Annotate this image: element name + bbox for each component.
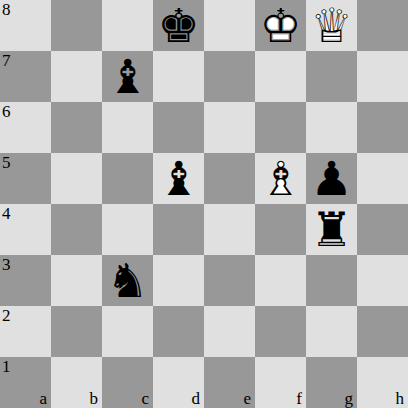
square-d3[interactable]	[153, 255, 204, 306]
square-a4[interactable]	[0, 204, 51, 255]
square-a7[interactable]	[0, 51, 51, 102]
square-b1[interactable]	[51, 357, 102, 408]
square-c4[interactable]	[102, 204, 153, 255]
square-b2[interactable]	[51, 306, 102, 357]
chess-board: ♚♚♔♛♕♝♝♝♗♟♜♞87654321abcdefgh	[0, 0, 408, 408]
square-f5[interactable]: ♝♗	[255, 153, 306, 204]
square-e6[interactable]	[204, 102, 255, 153]
black-king[interactable]: ♚	[153, 0, 204, 51]
square-g5[interactable]: ♟	[306, 153, 357, 204]
white-bishop-glyph-outline: ♗	[255, 153, 306, 204]
square-b3[interactable]	[51, 255, 102, 306]
square-e7[interactable]	[204, 51, 255, 102]
square-c5[interactable]	[102, 153, 153, 204]
square-f1[interactable]	[255, 357, 306, 408]
square-c8[interactable]	[102, 0, 153, 51]
white-king-glyph-outline: ♔	[255, 0, 306, 51]
square-a5[interactable]	[0, 153, 51, 204]
square-e8[interactable]	[204, 0, 255, 51]
square-e2[interactable]	[204, 306, 255, 357]
square-b5[interactable]	[51, 153, 102, 204]
square-d4[interactable]	[153, 204, 204, 255]
square-a8[interactable]	[0, 0, 51, 51]
white-bishop-glyph-fill: ♝	[255, 153, 306, 204]
square-f2[interactable]	[255, 306, 306, 357]
square-d2[interactable]	[153, 306, 204, 357]
square-h4[interactable]	[357, 204, 408, 255]
square-e4[interactable]	[204, 204, 255, 255]
square-g7[interactable]	[306, 51, 357, 102]
square-c6[interactable]	[102, 102, 153, 153]
square-h2[interactable]	[357, 306, 408, 357]
square-a6[interactable]	[0, 102, 51, 153]
black-knight[interactable]: ♞	[102, 255, 153, 306]
square-g1[interactable]	[306, 357, 357, 408]
square-c2[interactable]	[102, 306, 153, 357]
white-queen-glyph-fill: ♛	[306, 0, 357, 51]
square-g3[interactable]	[306, 255, 357, 306]
black-bishop[interactable]: ♝	[153, 153, 204, 204]
square-d6[interactable]	[153, 102, 204, 153]
square-g8[interactable]: ♛♕	[306, 0, 357, 51]
white-king-glyph-fill: ♚	[255, 0, 306, 51]
square-d7[interactable]	[153, 51, 204, 102]
square-b4[interactable]	[51, 204, 102, 255]
black-rook[interactable]: ♜	[306, 204, 357, 255]
square-a3[interactable]	[0, 255, 51, 306]
black-bishop-glyph: ♝	[153, 153, 204, 204]
square-h6[interactable]	[357, 102, 408, 153]
black-rook-glyph: ♜	[306, 204, 357, 255]
square-b7[interactable]	[51, 51, 102, 102]
square-c7[interactable]: ♝	[102, 51, 153, 102]
black-bishop-glyph: ♝	[102, 51, 153, 102]
square-f6[interactable]	[255, 102, 306, 153]
white-queen-glyph-outline: ♕	[306, 0, 357, 51]
black-knight-glyph: ♞	[102, 255, 153, 306]
square-a2[interactable]	[0, 306, 51, 357]
black-bishop[interactable]: ♝	[102, 51, 153, 102]
white-queen[interactable]: ♛♕	[306, 0, 357, 51]
black-king-glyph: ♚	[153, 0, 204, 51]
square-h7[interactable]	[357, 51, 408, 102]
square-h8[interactable]	[357, 0, 408, 51]
square-h3[interactable]	[357, 255, 408, 306]
square-c1[interactable]	[102, 357, 153, 408]
square-g4[interactable]: ♜	[306, 204, 357, 255]
square-f4[interactable]	[255, 204, 306, 255]
square-b6[interactable]	[51, 102, 102, 153]
square-f3[interactable]	[255, 255, 306, 306]
square-e5[interactable]	[204, 153, 255, 204]
white-bishop[interactable]: ♝♗	[255, 153, 306, 204]
square-a1[interactable]	[0, 357, 51, 408]
square-g6[interactable]	[306, 102, 357, 153]
square-d1[interactable]	[153, 357, 204, 408]
black-pawn-glyph: ♟	[306, 153, 357, 204]
square-f7[interactable]	[255, 51, 306, 102]
square-c3[interactable]: ♞	[102, 255, 153, 306]
white-king[interactable]: ♚♔	[255, 0, 306, 51]
square-h5[interactable]	[357, 153, 408, 204]
square-b8[interactable]	[51, 0, 102, 51]
square-d5[interactable]: ♝	[153, 153, 204, 204]
black-pawn[interactable]: ♟	[306, 153, 357, 204]
square-d8[interactable]: ♚	[153, 0, 204, 51]
square-h1[interactable]	[357, 357, 408, 408]
square-e1[interactable]	[204, 357, 255, 408]
square-f8[interactable]: ♚♔	[255, 0, 306, 51]
square-g2[interactable]	[306, 306, 357, 357]
square-e3[interactable]	[204, 255, 255, 306]
